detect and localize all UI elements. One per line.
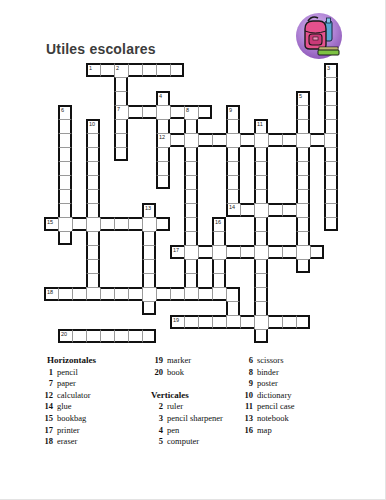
clue-item-text: book <box>167 367 184 379</box>
grid-cell[interactable]: 7 <box>114 105 128 119</box>
book-icon <box>318 47 339 55</box>
grid-cell[interactable] <box>142 273 156 287</box>
clue-number: 11 <box>257 121 263 127</box>
clue-item-number: 15 <box>39 413 53 425</box>
grid-cell[interactable]: 17 <box>170 245 184 259</box>
grid-cell[interactable] <box>114 147 128 161</box>
grid-cell[interactable] <box>254 189 268 203</box>
grid-cell[interactable] <box>142 287 156 301</box>
clue-item-text: computer <box>167 436 199 448</box>
worksheet-page: { "game": "crossword", "title": "Utiles … <box>0 0 386 500</box>
clue-item-text: pencil sharpener <box>167 413 223 425</box>
grid-cell[interactable] <box>184 231 198 245</box>
clue-number: 4 <box>159 93 162 99</box>
grid-cell[interactable] <box>324 133 338 147</box>
grid-cell[interactable] <box>324 175 338 189</box>
grid-cell[interactable] <box>254 133 268 147</box>
grid-cell[interactable] <box>128 105 142 119</box>
grid-cell[interactable]: 14 <box>226 203 240 217</box>
grid-cell[interactable] <box>324 189 338 203</box>
grid-cell[interactable] <box>72 287 86 301</box>
grid-cell[interactable] <box>324 91 338 105</box>
clue-item-text: ruler <box>167 401 183 413</box>
grid-cell[interactable] <box>100 287 114 301</box>
clue-item: 7paper <box>39 378 96 390</box>
grid-cell[interactable] <box>254 329 268 343</box>
grid-cell[interactable]: 19 <box>170 315 184 329</box>
clue-number: 6 <box>61 107 64 113</box>
grid-cell[interactable] <box>254 259 268 273</box>
grid-cell[interactable]: 6 <box>58 105 72 119</box>
grid-cell[interactable] <box>156 119 170 133</box>
grid-cell[interactable]: 2 <box>114 63 128 77</box>
grid-cell[interactable] <box>142 105 156 119</box>
grid-cell[interactable] <box>86 217 100 231</box>
clue-item-number: 11 <box>239 401 253 413</box>
grid-cell[interactable] <box>156 175 170 189</box>
grid-cell[interactable] <box>72 329 86 343</box>
clue-item-text: glue <box>57 401 72 413</box>
grid-cell[interactable] <box>240 315 254 329</box>
grid-cell[interactable] <box>86 259 100 273</box>
clue-item-number: 18 <box>39 436 53 448</box>
grid-cell[interactable] <box>184 147 198 161</box>
grid-cell[interactable] <box>324 203 338 217</box>
clue-item-number: 20 <box>149 367 163 379</box>
clue-number: 14 <box>229 204 235 210</box>
grid-cell[interactable] <box>268 245 282 259</box>
grid-cell[interactable] <box>296 203 310 217</box>
clue-item-number: 17 <box>39 425 53 437</box>
grid-cell[interactable] <box>58 231 72 245</box>
grid-cell[interactable] <box>254 147 268 161</box>
clue-item: 2ruler <box>149 401 223 413</box>
clue-number: 8 <box>186 107 189 113</box>
grid-cell[interactable] <box>226 315 240 329</box>
clue-item-number: 13 <box>239 413 253 425</box>
grid-cell[interactable] <box>184 133 198 147</box>
grid-cell[interactable] <box>184 245 198 259</box>
grid-cell[interactable] <box>254 217 268 231</box>
grid-cell[interactable] <box>128 217 142 231</box>
clue-item-number: 19 <box>149 355 163 367</box>
clue-column-1: Horizontales1pencil7paper12calculator14g… <box>39 355 96 448</box>
grid-cell[interactable] <box>58 189 72 203</box>
grid-cell[interactable] <box>156 105 170 119</box>
clue-item: 16map <box>239 425 295 437</box>
grid-cell[interactable] <box>254 231 268 245</box>
grid-cell[interactable] <box>184 259 198 273</box>
clue-number: 12 <box>159 134 165 140</box>
grid-cell[interactable] <box>296 105 310 119</box>
grid-cell[interactable] <box>296 231 310 245</box>
grid-cell[interactable] <box>226 189 240 203</box>
grid-cell[interactable] <box>296 133 310 147</box>
page-title: Utiles escolares <box>46 41 156 57</box>
grid-cell[interactable] <box>184 217 198 231</box>
clue-item: 15bookbag <box>39 413 96 425</box>
grid-cell[interactable] <box>226 175 240 189</box>
grid-cell[interactable] <box>240 203 254 217</box>
grid-cell[interactable]: 9 <box>226 105 240 119</box>
clue-item-text: binder <box>257 367 279 379</box>
grid-cell[interactable] <box>254 203 268 217</box>
grid-cell[interactable] <box>86 175 100 189</box>
grid-cell[interactable] <box>156 63 170 77</box>
down-header: Verticales <box>149 390 223 402</box>
clue-item: 5computer <box>149 436 223 448</box>
grid-cell[interactable] <box>142 301 156 315</box>
grid-cell[interactable] <box>226 147 240 161</box>
grid-cell[interactable] <box>58 161 72 175</box>
grid-cell[interactable] <box>58 203 72 217</box>
clue-number: 16 <box>215 219 221 225</box>
clue-item: 3pencil sharpener <box>149 413 223 425</box>
grid-cell[interactable] <box>254 175 268 189</box>
grid-cell[interactable]: 15 <box>44 217 58 231</box>
grid-cell[interactable] <box>58 133 72 147</box>
clue-item-text: map <box>257 425 272 437</box>
grid-cell[interactable] <box>226 133 240 147</box>
clue-item: 13notebook <box>239 413 295 425</box>
grid-cell[interactable] <box>198 245 212 259</box>
grid-cell[interactable] <box>254 245 268 259</box>
grid-cell[interactable] <box>282 133 296 147</box>
grid-cell[interactable]: 4 <box>156 91 170 105</box>
grid-cell[interactable] <box>226 301 240 315</box>
grid-cell[interactable] <box>100 329 114 343</box>
clue-item-text: calculator <box>57 390 91 402</box>
grid-cell[interactable] <box>184 273 198 287</box>
grid-cell[interactable] <box>324 161 338 175</box>
grid-cell[interactable]: 18 <box>44 287 58 301</box>
clue-item-number: 1 <box>39 367 53 379</box>
grid-cell[interactable] <box>240 133 254 147</box>
clue-item: 19marker <box>149 355 223 367</box>
clue-number: 20 <box>61 331 67 337</box>
clue-item: 14glue <box>39 401 96 413</box>
grid-cell[interactable] <box>268 203 282 217</box>
clue-item-number: 4 <box>149 425 163 437</box>
clue-number: 9 <box>229 107 232 113</box>
grid-cell[interactable] <box>58 147 72 161</box>
grid-cell[interactable] <box>310 245 324 259</box>
backpack-clipart <box>292 11 346 64</box>
grid-cell[interactable] <box>58 217 72 231</box>
clue-item-text: bookbag <box>57 413 86 425</box>
clue-number: 18 <box>47 289 53 295</box>
grid-cell[interactable] <box>86 231 100 245</box>
grid-cell[interactable]: 12 <box>156 133 170 147</box>
grid-cell[interactable] <box>268 133 282 147</box>
grid-cell[interactable]: 3 <box>324 63 338 77</box>
grid-cell[interactable] <box>114 119 128 133</box>
grid-cell[interactable] <box>254 161 268 175</box>
grid-cell[interactable] <box>212 133 226 147</box>
clue-item: 11pencil case <box>239 401 295 413</box>
clue-number: 15 <box>47 219 53 225</box>
clue-item-number: 6 <box>239 355 253 367</box>
grid-cell[interactable] <box>198 287 212 301</box>
grid-cell[interactable] <box>170 105 184 119</box>
grid-cell[interactable] <box>212 287 226 301</box>
clue-item: 10dictionary <box>239 390 295 402</box>
grid-cell[interactable] <box>114 133 128 147</box>
clue-column-2: 19marker20bookVerticales2ruler3pencil sh… <box>149 355 223 448</box>
grid-cell[interactable] <box>268 315 282 329</box>
grid-cell[interactable]: 5 <box>296 91 310 105</box>
grid-cell[interactable] <box>198 105 212 119</box>
clue-item-number: 3 <box>149 413 163 425</box>
clue-number: 2 <box>116 65 119 71</box>
clue-item-number: 2 <box>149 401 163 413</box>
grid-cell[interactable] <box>184 203 198 217</box>
clue-item-number: 7 <box>39 378 53 390</box>
clue-item-text: printer <box>57 425 80 437</box>
grid-cell[interactable] <box>296 161 310 175</box>
clue-number: 1 <box>89 65 92 71</box>
clue-item-number: 8 <box>239 367 253 379</box>
grid-cell[interactable] <box>114 217 128 231</box>
grid-cell[interactable] <box>142 217 156 231</box>
crossword-grid: 1234567891011121314151617181920 <box>44 63 338 343</box>
grid-cell[interactable] <box>86 161 100 175</box>
grid-cell[interactable] <box>198 133 212 147</box>
grid-cell[interactable]: 1 <box>86 63 100 77</box>
grid-cell[interactable] <box>156 147 170 161</box>
clue-item-number: 14 <box>39 401 53 413</box>
clue-column-3: 6scissors8binder9poster10dictionary11pen… <box>239 355 295 436</box>
grid-cell[interactable] <box>296 217 310 231</box>
grid-cell[interactable] <box>184 175 198 189</box>
clue-item-text: poster <box>257 378 278 390</box>
clue-item: 20book <box>149 367 223 379</box>
grid-cell[interactable] <box>114 77 128 91</box>
grid-cell[interactable] <box>142 329 156 343</box>
grid-cell[interactable] <box>212 259 226 273</box>
grid-cell[interactable] <box>226 161 240 175</box>
grid-cell[interactable] <box>296 259 310 273</box>
grid-cell[interactable] <box>86 133 100 147</box>
grid-cell[interactable] <box>72 217 86 231</box>
grid-cell[interactable] <box>128 329 142 343</box>
clue-item-text: eraser <box>57 436 77 448</box>
grid-cell[interactable] <box>254 315 268 329</box>
grid-cell[interactable] <box>86 329 100 343</box>
clue-item-text: pen <box>167 425 179 437</box>
grid-cell[interactable] <box>254 301 268 315</box>
grid-cell[interactable] <box>296 245 310 259</box>
grid-cell[interactable] <box>156 217 170 231</box>
clue-item: 4pen <box>149 425 223 437</box>
grid-cell[interactable] <box>170 287 184 301</box>
grid-cell[interactable] <box>282 245 296 259</box>
grid-cell[interactable]: 20 <box>58 329 72 343</box>
grid-cell[interactable] <box>324 217 338 231</box>
grid-cell[interactable] <box>184 189 198 203</box>
grid-cell[interactable] <box>254 287 268 301</box>
grid-cell[interactable] <box>212 231 226 245</box>
grid-cell[interactable] <box>114 329 128 343</box>
clue-item-number: 10 <box>239 390 253 402</box>
clue-item-number: 5 <box>149 436 163 448</box>
clue-item-text: pencil case <box>257 401 295 413</box>
grid-cell[interactable]: 11 <box>254 119 268 133</box>
grid-cell[interactable]: 13 <box>142 203 156 217</box>
grid-cell[interactable] <box>240 245 254 259</box>
grid-cell[interactable] <box>226 119 240 133</box>
grid-cell[interactable] <box>114 91 128 105</box>
grid-cell[interactable] <box>324 119 338 133</box>
grid-cell[interactable] <box>254 273 268 287</box>
clue-item-number: 16 <box>239 425 253 437</box>
grid-cell[interactable]: 10 <box>86 119 100 133</box>
clue-item: 12calculator <box>39 390 96 402</box>
clue-item-number: 12 <box>39 390 53 402</box>
grid-cell[interactable] <box>142 231 156 245</box>
grid-cell[interactable] <box>310 133 324 147</box>
grid-cell[interactable] <box>198 315 212 329</box>
clue-number: 7 <box>117 106 120 112</box>
clue-item: 18eraser <box>39 436 96 448</box>
clue-number: 3 <box>327 65 330 71</box>
grid-cell[interactable] <box>58 119 72 133</box>
grid-cell[interactable]: 8 <box>184 105 198 119</box>
grid-cell[interactable] <box>100 217 114 231</box>
grid-cell[interactable] <box>86 189 100 203</box>
grid-cell[interactable] <box>184 161 198 175</box>
grid-cell[interactable] <box>226 245 240 259</box>
grid-cell[interactable] <box>296 189 310 203</box>
clue-number: 19 <box>173 317 179 323</box>
clue-item: 8binder <box>239 367 295 379</box>
grid-cell[interactable] <box>170 133 184 147</box>
backpack-icon <box>305 17 326 49</box>
across-header: Horizontales <box>39 355 96 367</box>
clue-item-text: marker <box>167 355 191 367</box>
clue-item-text: dictionary <box>257 390 291 402</box>
grid-cell[interactable] <box>142 63 156 77</box>
grid-cell[interactable] <box>86 147 100 161</box>
grid-cell[interactable] <box>282 315 296 329</box>
grid-cell[interactable] <box>184 315 198 329</box>
grid-cell[interactable] <box>86 273 100 287</box>
clue-number: 13 <box>145 205 151 211</box>
grid-cell[interactable] <box>142 259 156 273</box>
grid-cell[interactable] <box>184 119 198 133</box>
grid-cell[interactable] <box>86 245 100 259</box>
grid-cell[interactable] <box>58 287 72 301</box>
grid-cell[interactable] <box>296 119 310 133</box>
grid-cell[interactable] <box>324 77 338 91</box>
clue-item: 6scissors <box>239 355 295 367</box>
grid-cell[interactable] <box>100 63 114 77</box>
grid-cell[interactable] <box>156 161 170 175</box>
grid-cell[interactable] <box>156 287 170 301</box>
grid-cell[interactable] <box>212 315 226 329</box>
grid-cell[interactable] <box>58 175 72 189</box>
grid-cell[interactable] <box>170 63 184 77</box>
grid-cell[interactable]: 16 <box>212 217 226 231</box>
clue-number: 5 <box>299 93 302 99</box>
grid-cell[interactable] <box>86 287 100 301</box>
grid-cell[interactable] <box>296 147 310 161</box>
grid-cell[interactable] <box>226 287 240 301</box>
clue-item-number: 9 <box>239 378 253 390</box>
clue-item: 1pencil <box>39 367 96 379</box>
grid-cell[interactable] <box>128 63 142 77</box>
grid-cell[interactable] <box>142 245 156 259</box>
clue-spacer <box>149 378 223 390</box>
grid-cell[interactable] <box>184 287 198 301</box>
grid-cell[interactable] <box>114 287 128 301</box>
clue-item: 17printer <box>39 425 96 437</box>
clue-item: 9poster <box>239 378 295 390</box>
grid-cell[interactable] <box>86 203 100 217</box>
grid-cell[interactable] <box>128 287 142 301</box>
clue-number: 10 <box>89 121 95 127</box>
grid-cell[interactable] <box>282 203 296 217</box>
grid-cell[interactable] <box>212 245 226 259</box>
grid-cell[interactable] <box>212 273 226 287</box>
clue-item-text: notebook <box>257 413 289 425</box>
grid-cell[interactable] <box>324 147 338 161</box>
clue-item-text: scissors <box>257 355 283 367</box>
grid-cell[interactable] <box>324 105 338 119</box>
clue-item-text: pencil <box>57 367 78 379</box>
grid-cell[interactable] <box>296 315 310 329</box>
clue-number: 17 <box>173 247 179 253</box>
grid-cell[interactable] <box>296 175 310 189</box>
clue-item-text: paper <box>57 378 76 390</box>
